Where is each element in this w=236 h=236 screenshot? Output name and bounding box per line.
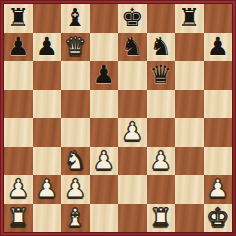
black-king-e8[interactable]: ♚ xyxy=(121,4,143,32)
square-f7[interactable]: ♞ xyxy=(147,33,176,62)
black-knight-e7[interactable]: ♞ xyxy=(121,33,143,61)
white-king-h1[interactable]: ♚ xyxy=(207,204,229,232)
black-rook-a8[interactable]: ♜ xyxy=(7,4,29,32)
square-c7[interactable]: ♛ xyxy=(61,33,90,62)
square-e8[interactable]: ♚ xyxy=(118,4,147,33)
square-e3[interactable] xyxy=(118,147,147,176)
square-a1[interactable]: ♜ xyxy=(4,204,33,233)
square-b5[interactable] xyxy=(33,90,62,119)
square-a2[interactable]: ♟ xyxy=(4,175,33,204)
square-c2[interactable]: ♟ xyxy=(61,175,90,204)
chess-board: ♜♝♚♜♟♟♛♞♞♟♟♛♟♞♟♟♟♟♟♟♜♝♜♚ xyxy=(4,4,232,232)
square-h2[interactable]: ♟ xyxy=(204,175,233,204)
square-c6[interactable] xyxy=(61,61,90,90)
square-h8[interactable] xyxy=(204,4,233,33)
square-a4[interactable] xyxy=(4,118,33,147)
square-h1[interactable]: ♚ xyxy=(204,204,233,233)
square-g3[interactable] xyxy=(175,147,204,176)
square-f3[interactable]: ♟ xyxy=(147,147,176,176)
square-a3[interactable] xyxy=(4,147,33,176)
white-rook-f1[interactable]: ♜ xyxy=(150,204,172,232)
square-a5[interactable] xyxy=(4,90,33,119)
black-knight-f7[interactable]: ♞ xyxy=(150,33,172,61)
square-g5[interactable] xyxy=(175,90,204,119)
square-d1[interactable] xyxy=(90,204,119,233)
square-d8[interactable] xyxy=(90,4,119,33)
square-a6[interactable] xyxy=(4,61,33,90)
white-bishop-c1[interactable]: ♝ xyxy=(64,204,86,232)
square-d6[interactable]: ♟ xyxy=(90,61,119,90)
square-f2[interactable] xyxy=(147,175,176,204)
white-pawn-h2[interactable]: ♟ xyxy=(207,175,229,203)
white-pawn-f3[interactable]: ♟ xyxy=(150,147,172,175)
white-rook-a1[interactable]: ♜ xyxy=(7,204,29,232)
square-h5[interactable] xyxy=(204,90,233,119)
square-g2[interactable] xyxy=(175,175,204,204)
square-a8[interactable]: ♜ xyxy=(4,4,33,33)
white-pawn-e4[interactable]: ♟ xyxy=(121,118,143,146)
black-pawn-d6[interactable]: ♟ xyxy=(93,61,115,89)
square-f8[interactable] xyxy=(147,4,176,33)
square-b1[interactable] xyxy=(33,204,62,233)
black-pawn-b7[interactable]: ♟ xyxy=(36,33,58,61)
square-h3[interactable] xyxy=(204,147,233,176)
square-h7[interactable]: ♟ xyxy=(204,33,233,62)
white-pawn-c2[interactable]: ♟ xyxy=(64,175,86,203)
square-b8[interactable] xyxy=(33,4,62,33)
square-f6[interactable]: ♛ xyxy=(147,61,176,90)
white-pawn-b2[interactable]: ♟ xyxy=(36,175,58,203)
board-frame: ♜♝♚♜♟♟♛♞♞♟♟♛♟♞♟♟♟♟♟♟♜♝♜♚ xyxy=(0,0,236,236)
square-g4[interactable] xyxy=(175,118,204,147)
square-c8[interactable]: ♝ xyxy=(61,4,90,33)
square-d5[interactable] xyxy=(90,90,119,119)
square-f1[interactable]: ♜ xyxy=(147,204,176,233)
square-g8[interactable]: ♜ xyxy=(175,4,204,33)
square-g6[interactable] xyxy=(175,61,204,90)
square-e4[interactable]: ♟ xyxy=(118,118,147,147)
black-rook-g8[interactable]: ♜ xyxy=(178,4,200,32)
square-h6[interactable] xyxy=(204,61,233,90)
black-queen-f6[interactable]: ♛ xyxy=(150,61,172,89)
square-e1[interactable] xyxy=(118,204,147,233)
square-d4[interactable] xyxy=(90,118,119,147)
black-pawn-h7[interactable]: ♟ xyxy=(207,33,229,61)
square-a7[interactable]: ♟ xyxy=(4,33,33,62)
square-e7[interactable]: ♞ xyxy=(118,33,147,62)
white-queen-c7[interactable]: ♛ xyxy=(64,33,86,61)
square-e6[interactable] xyxy=(118,61,147,90)
white-pawn-d3[interactable]: ♟ xyxy=(93,147,115,175)
white-pawn-a2[interactable]: ♟ xyxy=(7,175,29,203)
square-e5[interactable] xyxy=(118,90,147,119)
square-b6[interactable] xyxy=(33,61,62,90)
square-g1[interactable] xyxy=(175,204,204,233)
white-knight-c3[interactable]: ♞ xyxy=(64,147,86,175)
black-pawn-a7[interactable]: ♟ xyxy=(7,33,29,61)
square-d7[interactable] xyxy=(90,33,119,62)
square-h4[interactable] xyxy=(204,118,233,147)
black-bishop-c8[interactable]: ♝ xyxy=(64,4,86,32)
square-c4[interactable] xyxy=(61,118,90,147)
square-c3[interactable]: ♞ xyxy=(61,147,90,176)
square-f4[interactable] xyxy=(147,118,176,147)
square-b2[interactable]: ♟ xyxy=(33,175,62,204)
square-c5[interactable] xyxy=(61,90,90,119)
square-b4[interactable] xyxy=(33,118,62,147)
square-g7[interactable] xyxy=(175,33,204,62)
square-d3[interactable]: ♟ xyxy=(90,147,119,176)
square-e2[interactable] xyxy=(118,175,147,204)
square-b7[interactable]: ♟ xyxy=(33,33,62,62)
square-b3[interactable] xyxy=(33,147,62,176)
square-c1[interactable]: ♝ xyxy=(61,204,90,233)
square-f5[interactable] xyxy=(147,90,176,119)
square-d2[interactable] xyxy=(90,175,119,204)
